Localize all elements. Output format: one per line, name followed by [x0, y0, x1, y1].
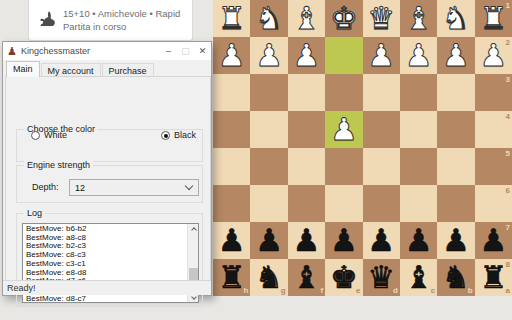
square-e3[interactable] [325, 74, 362, 111]
rank-label-5: 5 [506, 150, 510, 158]
game-status-line: Partita in corso [63, 21, 192, 32]
status-text: Ready! [3, 283, 36, 293]
square-f4[interactable] [288, 111, 325, 148]
square-c2[interactable]: ♟ [400, 37, 437, 74]
square-c1[interactable]: ♝ [400, 0, 437, 37]
white-pawn[interactable]: ♟ [218, 40, 246, 71]
square-d7[interactable]: ♟ [363, 222, 400, 259]
square-h6[interactable] [213, 185, 250, 222]
white-pawn[interactable]: ♟ [479, 40, 507, 71]
square-h3[interactable] [213, 74, 250, 111]
square-h7[interactable]: ♟ [213, 222, 250, 259]
square-g6[interactable] [250, 185, 287, 222]
black-rook[interactable]: ♜ [218, 262, 246, 293]
square-d3[interactable] [363, 74, 400, 111]
choose-color-group: Choose the color White Black [16, 129, 203, 162]
game-info-card: 15+10 • Amichevole • Rapid Partita in co… [28, 0, 193, 41]
log-label: Log [24, 208, 45, 218]
square-h4[interactable] [213, 111, 250, 148]
square-d5[interactable] [363, 148, 400, 185]
square-f3[interactable] [288, 74, 325, 111]
square-g5[interactable] [250, 148, 287, 185]
square-g1[interactable]: ♞ [250, 0, 287, 37]
engine-strength-label: Engine strength [24, 160, 93, 170]
log-entry: BestMove: d8-c7 [26, 295, 198, 303]
status-bar: Ready! [3, 280, 211, 295]
square-e4[interactable]: ♟ [325, 111, 362, 148]
square-a2[interactable]: ♟2 [475, 37, 512, 74]
rank-label-6: 6 [506, 187, 510, 195]
black-pawn[interactable]: ♟ [442, 225, 470, 256]
file-label-e: e [356, 287, 360, 295]
file-label-a: a [506, 287, 510, 295]
square-a6[interactable]: 6 [475, 185, 512, 222]
black-pawn[interactable]: ♟ [255, 225, 283, 256]
square-a7[interactable]: ♟7 [475, 222, 512, 259]
white-knight[interactable]: ♞ [442, 3, 470, 34]
square-c6[interactable] [400, 185, 437, 222]
tab-main[interactable]: Main [6, 61, 40, 77]
square-g3[interactable] [250, 74, 287, 111]
tab-purchase[interactable]: Purchase [102, 63, 154, 77]
white-pawn[interactable]: ♟ [330, 114, 358, 145]
white-pawn[interactable]: ♟ [442, 40, 470, 71]
black-pawn[interactable]: ♟ [479, 225, 507, 256]
square-c3[interactable] [400, 74, 437, 111]
white-rook[interactable]: ♜ [218, 3, 246, 34]
square-g4[interactable] [250, 111, 287, 148]
black-bishop[interactable]: ♝ [293, 262, 321, 293]
black-pawn[interactable]: ♟ [405, 225, 433, 256]
black-knight[interactable]: ♞ [442, 262, 470, 293]
game-meta-line: 15+10 • Amichevole • Rapid [63, 8, 192, 19]
radio-black-label: Black [174, 130, 196, 140]
square-b3[interactable] [437, 74, 474, 111]
square-c5[interactable] [400, 148, 437, 185]
square-b6[interactable] [437, 185, 474, 222]
square-b4[interactable] [437, 111, 474, 148]
white-pawn[interactable]: ♟ [405, 40, 433, 71]
depth-value: 12 [70, 183, 186, 193]
square-e2[interactable] [325, 37, 362, 74]
black-pawn[interactable]: ♟ [293, 225, 321, 256]
depth-label: Depth: [32, 182, 59, 192]
square-f7[interactable]: ♟ [288, 222, 325, 259]
square-d1[interactable]: ♛ [363, 0, 400, 37]
tab-page-main: Choose the color White Black Engine stre… [5, 76, 211, 281]
rank-label-7: 7 [506, 224, 510, 232]
square-g7[interactable]: ♟ [250, 222, 287, 259]
black-pawn[interactable]: ♟ [330, 225, 358, 256]
rank-label-4: 4 [506, 113, 510, 121]
square-f2[interactable]: ♟ [288, 37, 325, 74]
square-a4[interactable]: 4 [475, 111, 512, 148]
radio-black[interactable]: Black [161, 130, 196, 140]
depth-dropdown[interactable]: 12 [69, 179, 199, 196]
square-h1[interactable]: ♜ [213, 0, 250, 37]
minimize-button[interactable]: – [160, 43, 177, 59]
rank-label-8: 8 [506, 261, 510, 269]
square-g2[interactable]: ♟ [250, 37, 287, 74]
white-king[interactable]: ♚ [330, 3, 358, 34]
square-d8[interactable]: ♛d [363, 259, 400, 296]
square-g8[interactable]: ♞g [250, 259, 287, 296]
black-pawn[interactable]: ♟ [218, 225, 246, 256]
black-rook[interactable]: ♜ [479, 262, 507, 293]
white-pawn[interactable]: ♟ [367, 40, 395, 71]
white-pawn[interactable]: ♟ [255, 40, 283, 71]
square-f6[interactable] [288, 185, 325, 222]
file-label-h: h [243, 287, 248, 295]
square-d2[interactable]: ♟ [363, 37, 400, 74]
rank-label-2: 2 [506, 39, 510, 47]
square-e8[interactable]: ♚e [325, 259, 362, 296]
white-pawn[interactable]: ♟ [293, 40, 321, 71]
square-a5[interactable]: 5 [475, 148, 512, 185]
square-e7[interactable]: ♟ [325, 222, 362, 259]
black-queen[interactable]: ♛ [367, 262, 395, 293]
square-h5[interactable] [213, 148, 250, 185]
white-bishop[interactable]: ♝ [293, 3, 321, 34]
black-pawn[interactable]: ♟ [367, 225, 395, 256]
square-b1[interactable]: ♞ [437, 0, 474, 37]
square-c8[interactable]: ♝c [400, 259, 437, 296]
square-d6[interactable] [363, 185, 400, 222]
square-b8[interactable]: ♞b [437, 259, 474, 296]
square-b5[interactable] [437, 148, 474, 185]
tab-my-account[interactable]: My account [41, 63, 101, 77]
square-h2[interactable]: ♟ [213, 37, 250, 74]
tab-strip: Main My account Purchase [6, 61, 155, 77]
square-d4[interactable] [363, 111, 400, 148]
white-queen[interactable]: ♛ [367, 3, 395, 34]
square-b2[interactable]: ♟ [437, 37, 474, 74]
black-knight[interactable]: ♞ [255, 262, 283, 293]
square-h8[interactable]: ♜h [213, 259, 250, 296]
square-f1[interactable]: ♝ [288, 0, 325, 37]
radio-white[interactable]: White [31, 130, 67, 140]
radio-white-label: White [44, 130, 67, 140]
scroll-up-icon[interactable] [188, 224, 199, 233]
square-e1[interactable]: ♚ [325, 0, 362, 37]
kingchessmaster-window: ♟ Kingchessmaster – ▢ ✕ Main My account … [2, 41, 212, 296]
square-a8[interactable]: ♜8a [475, 259, 512, 296]
window-titlebar[interactable]: ♟ Kingchessmaster – ▢ ✕ [3, 42, 211, 60]
square-f8[interactable]: ♝f [288, 259, 325, 296]
white-bishop[interactable]: ♝ [405, 3, 433, 34]
engine-strength-group: Engine strength Depth: 12 [16, 165, 203, 203]
square-b7[interactable]: ♟ [437, 222, 474, 259]
pawn-app-icon: ♟ [7, 46, 17, 57]
square-c7[interactable]: ♟ [400, 222, 437, 259]
square-e6[interactable] [325, 185, 362, 222]
black-bishop[interactable]: ♝ [405, 262, 433, 293]
white-rook[interactable]: ♜ [479, 3, 507, 34]
square-f5[interactable] [288, 148, 325, 185]
file-label-g: g [281, 287, 286, 295]
square-e5[interactable] [325, 148, 362, 185]
chess-board[interactable]: ♜♞♝♚♛♝♞♜1♟♟♟♟♟♟♟23♟456♟♟♟♟♟♟♟♟7♜h♞g♝f♚e♛… [213, 0, 512, 296]
chevron-down-icon [185, 182, 193, 190]
radio-black-circle[interactable] [161, 131, 170, 140]
rank-label-1: 1 [506, 2, 510, 10]
black-king[interactable]: ♚ [330, 262, 358, 293]
file-label-d: d [393, 287, 398, 295]
rabbit-icon [29, 10, 63, 31]
window-title: Kingchessmaster [21, 46, 160, 56]
square-a3[interactable]: 3 [475, 74, 512, 111]
close-button[interactable]: ✕ [194, 43, 211, 59]
square-a1[interactable]: ♜1 [475, 0, 512, 37]
rank-label-3: 3 [506, 76, 510, 84]
square-c4[interactable] [400, 111, 437, 148]
radio-white-circle[interactable] [31, 131, 40, 140]
file-label-b: b [468, 287, 473, 295]
maximize-button[interactable]: ▢ [177, 43, 194, 59]
white-knight[interactable]: ♞ [255, 3, 283, 34]
file-label-c: c [431, 287, 435, 295]
file-label-f: f [320, 287, 323, 295]
